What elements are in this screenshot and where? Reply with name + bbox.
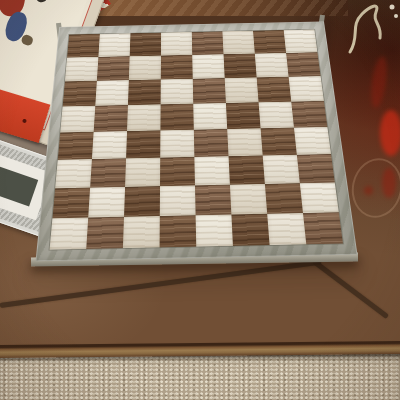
square-d1 (160, 215, 197, 247)
square-b2 (88, 187, 125, 218)
cord-dot (390, 5, 395, 10)
square-g2 (265, 183, 303, 214)
square-f5 (226, 102, 261, 129)
square-a1 (50, 218, 89, 250)
square-d2 (160, 185, 196, 216)
square-f8 (222, 31, 254, 55)
square-d5 (160, 104, 193, 131)
chess-board (36, 21, 358, 261)
square-h6 (289, 76, 324, 102)
square-a6 (63, 81, 97, 107)
square-d8 (161, 32, 192, 56)
square-h3 (297, 154, 335, 183)
square-a7 (65, 57, 98, 82)
square-f3 (229, 155, 265, 184)
square-h5 (291, 101, 327, 128)
square-h1 (303, 212, 343, 244)
square-d7 (161, 55, 193, 80)
square-c5 (127, 104, 161, 131)
red-reflection-smear (382, 168, 396, 198)
square-b4 (92, 131, 127, 159)
square-g3 (263, 155, 300, 184)
square-h4 (294, 127, 331, 155)
square-d6 (161, 79, 194, 105)
square-c4 (126, 130, 160, 158)
square-c8 (130, 33, 161, 57)
square-b7 (97, 56, 130, 81)
square-c7 (129, 56, 161, 81)
square-e3 (194, 156, 230, 185)
square-f1 (231, 214, 269, 246)
square-b3 (90, 158, 126, 187)
artwork-figure (34, 0, 50, 4)
carpet (0, 352, 400, 400)
square-b8 (98, 33, 130, 57)
square-h8 (284, 29, 318, 52)
square-d3 (160, 157, 195, 186)
square-a8 (67, 34, 100, 58)
square-e6 (193, 78, 226, 104)
square-b5 (94, 105, 128, 132)
square-c3 (125, 158, 160, 187)
square-d4 (160, 130, 194, 158)
square-a2 (52, 188, 90, 219)
red-reflection-smear (364, 186, 373, 195)
table-wood-grain-strip (90, 0, 348, 16)
square-e1 (196, 215, 233, 247)
photo-scene (0, 0, 400, 400)
folder-hole (22, 118, 27, 123)
square-e8 (192, 31, 224, 55)
square-a5 (60, 106, 95, 133)
square-a4 (58, 132, 94, 160)
square-g6 (257, 77, 292, 103)
square-b6 (95, 80, 129, 106)
square-f6 (225, 77, 259, 103)
square-f2 (230, 184, 267, 215)
square-e5 (193, 103, 227, 130)
square-g4 (261, 128, 297, 156)
square-c6 (128, 79, 161, 105)
square-f7 (224, 54, 257, 79)
square-g7 (255, 53, 289, 77)
board-perspective-wrapper (31, 17, 358, 262)
square-e2 (195, 185, 231, 216)
square-g1 (267, 213, 306, 245)
cord-dot (394, 14, 398, 18)
square-b1 (86, 217, 124, 249)
square-h7 (286, 52, 320, 76)
square-e7 (192, 54, 224, 79)
square-c1 (123, 216, 160, 248)
square-c2 (124, 186, 160, 217)
square-a3 (55, 159, 92, 188)
square-g5 (259, 102, 294, 129)
square-g8 (253, 30, 286, 53)
chess-board-squares (50, 29, 343, 249)
square-e4 (194, 129, 229, 157)
square-f4 (227, 128, 262, 156)
square-h2 (300, 182, 339, 213)
red-reflection-smear (380, 110, 400, 156)
